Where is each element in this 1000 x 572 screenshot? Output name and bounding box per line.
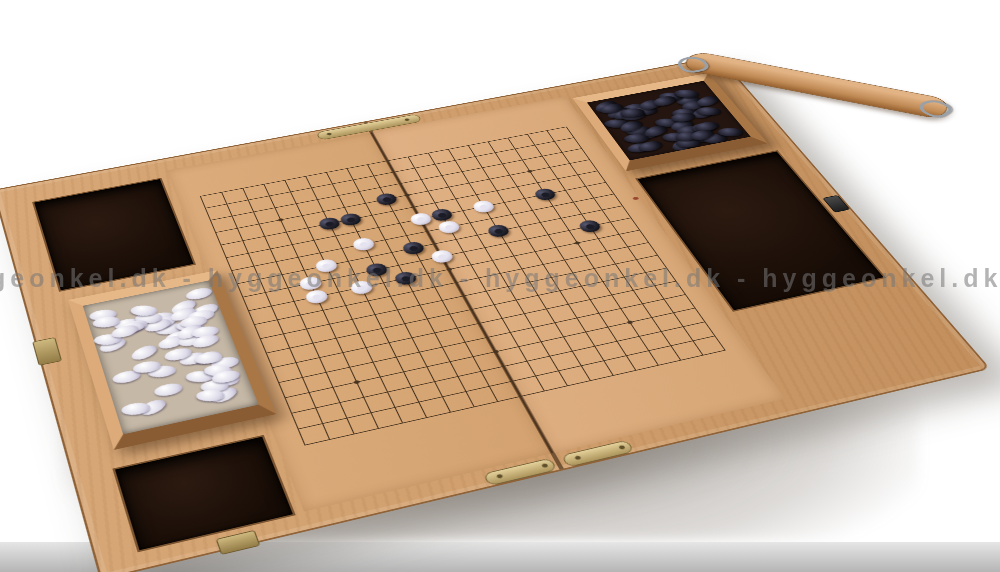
white-stone: ● bbox=[408, 212, 434, 227]
black-stone: ● bbox=[400, 240, 426, 256]
white-tray-stone bbox=[128, 343, 160, 362]
black-stone: ● bbox=[532, 187, 558, 201]
black-stone: ● bbox=[338, 212, 363, 227]
star-point bbox=[527, 170, 533, 173]
white-stone: ● bbox=[351, 236, 377, 251]
watermark-text: geonkel.dk - hyggeonkel.dk - hyggeonkel.… bbox=[0, 260, 1000, 296]
black-stone: ● bbox=[485, 223, 511, 238]
white-tray-stone bbox=[153, 381, 184, 397]
black-stone: ● bbox=[577, 219, 603, 234]
star-point bbox=[404, 193, 410, 196]
star-point bbox=[492, 350, 499, 354]
black-stone: ● bbox=[317, 216, 342, 231]
star-point bbox=[627, 320, 634, 324]
black-stones-pile bbox=[587, 81, 751, 161]
felt-well-bottom-left bbox=[112, 435, 295, 553]
white-stone: ● bbox=[436, 220, 462, 235]
white-stone: ● bbox=[471, 199, 497, 214]
left-latch-icon bbox=[32, 337, 62, 366]
black-stone: ● bbox=[374, 192, 399, 207]
star-point bbox=[353, 380, 360, 384]
black-tray-stone bbox=[695, 107, 722, 115]
star-point bbox=[278, 218, 284, 222]
star-point bbox=[574, 241, 580, 245]
